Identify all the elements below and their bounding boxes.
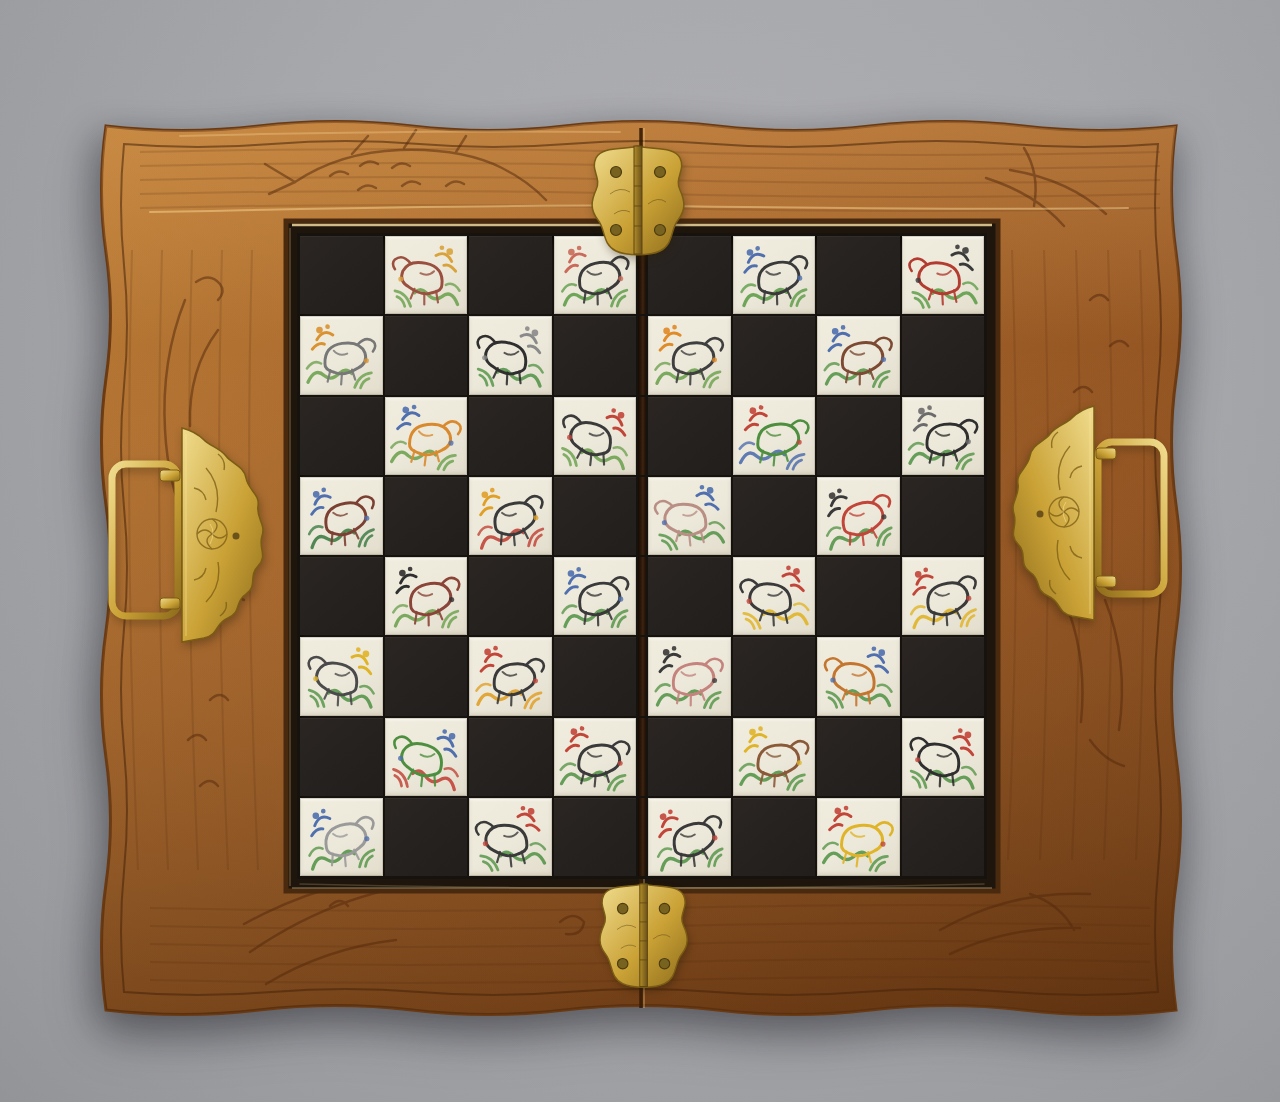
square-r1c3[interactable] — [554, 316, 637, 394]
square-r2c5[interactable] — [733, 397, 816, 475]
square-r4c2[interactable] — [469, 557, 552, 635]
square-r3c7[interactable] — [902, 477, 985, 555]
square-r3c2[interactable] — [469, 477, 552, 555]
tile-painting — [817, 637, 900, 715]
fold-seam — [638, 718, 646, 796]
tile-painting — [469, 316, 552, 394]
square-r4c6[interactable] — [817, 557, 900, 635]
tile-painting — [385, 718, 468, 796]
fold-seam — [638, 798, 646, 876]
square-r0c3[interactable] — [554, 236, 637, 314]
square-r7c4[interactable] — [648, 798, 731, 876]
square-r6c0[interactable] — [300, 718, 383, 796]
square-r3c5[interactable] — [733, 477, 816, 555]
square-r3c4[interactable] — [648, 477, 731, 555]
square-r4c5[interactable] — [733, 557, 816, 635]
fold-seam — [638, 397, 646, 475]
square-r4c1[interactable] — [385, 557, 468, 635]
square-r5c7[interactable] — [902, 637, 985, 715]
tile-painting — [300, 477, 383, 555]
square-r5c6[interactable] — [817, 637, 900, 715]
tile-painting — [300, 316, 383, 394]
square-r3c1[interactable] — [385, 477, 468, 555]
square-r2c2[interactable] — [469, 397, 552, 475]
tile-painting — [902, 718, 985, 796]
tile-painting — [733, 236, 816, 314]
tile-painting — [469, 477, 552, 555]
tile-grid — [300, 236, 984, 876]
square-r2c4[interactable] — [648, 397, 731, 475]
photo-scene — [0, 0, 1280, 1102]
square-r3c0[interactable] — [300, 477, 383, 555]
tile-painting — [817, 798, 900, 876]
tile-painting — [902, 397, 985, 475]
square-r4c4[interactable] — [648, 557, 731, 635]
square-r7c3[interactable] — [554, 798, 637, 876]
tile-painting — [300, 798, 383, 876]
square-r0c2[interactable] — [469, 236, 552, 314]
square-r6c2[interactable] — [469, 718, 552, 796]
square-r0c5[interactable] — [733, 236, 816, 314]
fold-seam — [638, 236, 646, 314]
square-r1c5[interactable] — [733, 316, 816, 394]
square-r1c2[interactable] — [469, 316, 552, 394]
square-r2c7[interactable] — [902, 397, 985, 475]
tile-painting — [902, 557, 985, 635]
square-r0c4[interactable] — [648, 236, 731, 314]
fold-seam — [638, 557, 646, 635]
tile-painting — [733, 397, 816, 475]
square-r6c1[interactable] — [385, 718, 468, 796]
square-r5c5[interactable] — [733, 637, 816, 715]
square-r7c5[interactable] — [733, 798, 816, 876]
square-r4c0[interactable] — [300, 557, 383, 635]
square-r1c4[interactable] — [648, 316, 731, 394]
square-r5c0[interactable] — [300, 637, 383, 715]
tile-painting — [648, 477, 731, 555]
tile-painting — [554, 397, 637, 475]
tile-painting — [385, 236, 468, 314]
square-r0c6[interactable] — [817, 236, 900, 314]
square-r7c2[interactable] — [469, 798, 552, 876]
square-r4c3[interactable] — [554, 557, 637, 635]
square-r6c6[interactable] — [817, 718, 900, 796]
square-r1c7[interactable] — [902, 316, 985, 394]
square-r0c0[interactable] — [300, 236, 383, 314]
fold-seam — [638, 637, 646, 715]
tile-painting — [817, 316, 900, 394]
square-r2c1[interactable] — [385, 397, 468, 475]
tile-painting — [385, 397, 468, 475]
square-r3c6[interactable] — [817, 477, 900, 555]
tile-painting — [648, 798, 731, 876]
square-r1c6[interactable] — [817, 316, 900, 394]
square-r7c0[interactable] — [300, 798, 383, 876]
tile-painting — [300, 637, 383, 715]
square-r1c0[interactable] — [300, 316, 383, 394]
square-r4c7[interactable] — [902, 557, 985, 635]
square-r6c5[interactable] — [733, 718, 816, 796]
square-r7c1[interactable] — [385, 798, 468, 876]
tile-painting — [469, 798, 552, 876]
tile-painting — [554, 557, 637, 635]
tile-painting — [469, 637, 552, 715]
square-r6c7[interactable] — [902, 718, 985, 796]
fold-seam — [638, 477, 646, 555]
tile-painting — [385, 557, 468, 635]
tile-painting — [554, 718, 637, 796]
tile-painting — [648, 637, 731, 715]
tile-painting — [817, 477, 900, 555]
square-r7c6[interactable] — [817, 798, 900, 876]
tile-painting — [648, 316, 731, 394]
square-r2c3[interactable] — [554, 397, 637, 475]
square-r0c1[interactable] — [385, 236, 468, 314]
square-r5c1[interactable] — [385, 637, 468, 715]
square-r6c3[interactable] — [554, 718, 637, 796]
tile-painting — [902, 236, 985, 314]
tile-painting — [554, 236, 637, 314]
fold-seam — [638, 316, 646, 394]
square-r5c3[interactable] — [554, 637, 637, 715]
square-r6c4[interactable] — [648, 718, 731, 796]
square-r2c0[interactable] — [300, 397, 383, 475]
square-r7c7[interactable] — [902, 798, 985, 876]
tile-painting — [733, 718, 816, 796]
square-r5c4[interactable] — [648, 637, 731, 715]
square-r2c6[interactable] — [817, 397, 900, 475]
square-r3c3[interactable] — [554, 477, 637, 555]
square-r1c1[interactable] — [385, 316, 468, 394]
square-r5c2[interactable] — [469, 637, 552, 715]
tile-painting — [733, 557, 816, 635]
square-r0c7[interactable] — [902, 236, 985, 314]
